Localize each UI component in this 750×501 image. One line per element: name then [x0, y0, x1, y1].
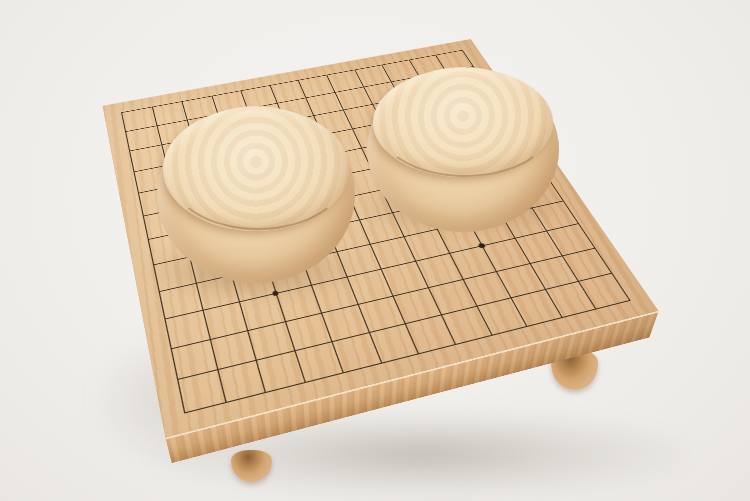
goban-cell — [357, 296, 405, 333]
stone-bowl-left-lid-seam — [167, 113, 349, 230]
goban-cell — [332, 333, 381, 373]
hoshi-point — [478, 243, 486, 248]
goban-cell — [476, 298, 526, 335]
goban-cell — [164, 310, 209, 348]
goban-cell — [247, 321, 294, 360]
goban-cell — [171, 339, 217, 379]
goban-cell — [393, 287, 441, 323]
goban-cell — [511, 290, 562, 327]
goban-cell — [321, 304, 369, 342]
stone-bowl-right-lid-seam — [377, 74, 554, 177]
goban-cell — [381, 261, 428, 296]
stone-bowl-left — [157, 106, 355, 283]
goban-cell — [482, 238, 529, 271]
stone-bowl-right — [367, 67, 559, 232]
goban-cell — [294, 342, 343, 383]
goban-cell — [209, 330, 256, 370]
goban-cell — [529, 255, 578, 289]
goban-cell — [545, 281, 596, 317]
goban-cell — [202, 302, 247, 339]
goban-cell — [441, 306, 491, 344]
goban-cell — [546, 224, 594, 256]
goban-cell — [370, 236, 415, 269]
goban-cell — [514, 231, 562, 263]
goban-cell — [578, 273, 629, 308]
goban-cell — [496, 263, 545, 298]
goban-cell — [217, 360, 265, 402]
goban-cell — [415, 253, 462, 287]
goban-cell — [449, 246, 496, 279]
goban-cell — [405, 315, 455, 353]
goban-cell — [369, 324, 418, 363]
goban-cell — [462, 271, 511, 306]
goban-cell — [256, 351, 304, 392]
photo-scene — [0, 0, 750, 501]
goban-cell — [177, 370, 225, 413]
goban-cell — [562, 248, 611, 282]
goban-cell — [428, 279, 476, 315]
goban-cell — [284, 313, 331, 351]
